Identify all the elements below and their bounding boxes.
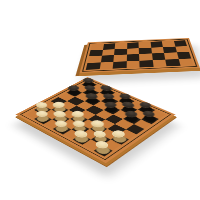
checker-piece-dark[interactable] — [99, 84, 114, 91]
front-board-frame — [16, 77, 176, 163]
front-board — [16, 77, 176, 163]
checker-piece-dark[interactable] — [141, 110, 157, 119]
checker-piece-dark[interactable] — [138, 101, 154, 109]
checker-piece-dark[interactable] — [120, 101, 136, 109]
rear-square-r4c6 — [152, 59, 166, 67]
front-board-grid — [25, 81, 165, 156]
checker-piece-light[interactable] — [34, 101, 50, 109]
front-board-wrapper — [27, 58, 164, 171]
scene — [0, 0, 200, 200]
checker-piece-dark[interactable] — [81, 77, 95, 84]
checker-piece-dark[interactable] — [118, 92, 133, 100]
rear-square-r4c8 — [178, 58, 193, 65]
